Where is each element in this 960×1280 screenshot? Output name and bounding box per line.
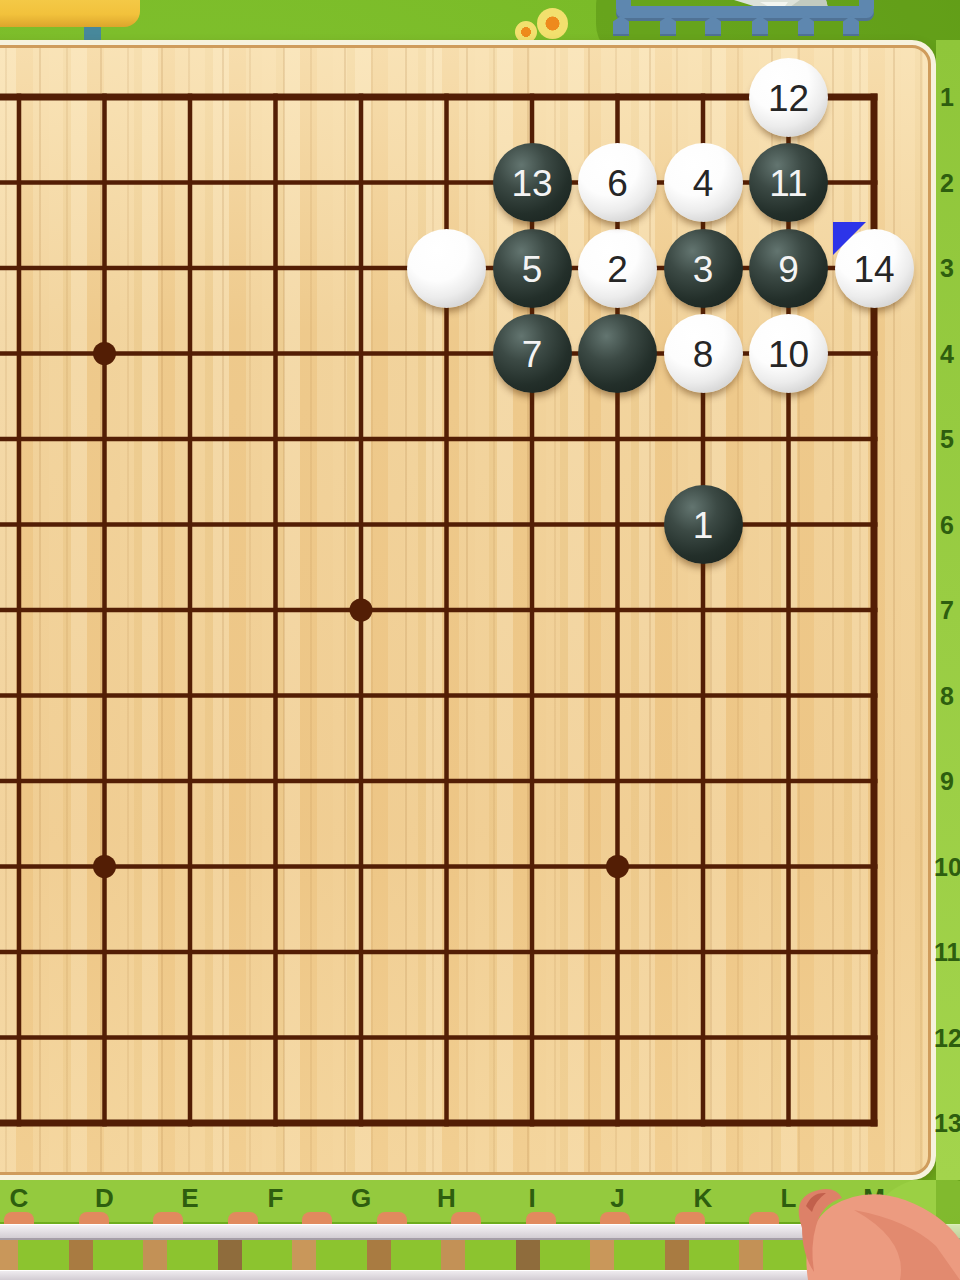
stone-black-l2: 11 bbox=[749, 143, 828, 222]
stone-white-k2: 4 bbox=[664, 143, 743, 222]
stone-black-k3: 3 bbox=[664, 229, 743, 308]
stone-black-k6: 1 bbox=[664, 485, 743, 564]
row-label-10: 10 bbox=[934, 851, 960, 883]
move-number: 8 bbox=[693, 334, 714, 373]
row-label-3: 3 bbox=[934, 252, 960, 284]
stone-white-l1: 12 bbox=[749, 58, 828, 137]
stone-black-i2: 13 bbox=[493, 143, 572, 222]
flower-icon bbox=[537, 8, 568, 39]
move-number: 1 bbox=[693, 505, 714, 544]
stone-white-j3: 2 bbox=[578, 229, 657, 308]
move-number: 12 bbox=[768, 78, 809, 117]
stone-rack-end bbox=[859, 0, 874, 16]
row-label-9: 9 bbox=[934, 765, 960, 797]
stone-white-h3 bbox=[407, 229, 486, 308]
move-number: 6 bbox=[607, 163, 628, 202]
stone-black-i3: 5 bbox=[493, 229, 572, 308]
row-label-6: 6 bbox=[934, 509, 960, 541]
stone-rack bbox=[616, 6, 874, 21]
row-label-2: 2 bbox=[934, 167, 960, 199]
move-number: 13 bbox=[511, 163, 552, 202]
move-number: 4 bbox=[693, 163, 714, 202]
move-number: 7 bbox=[522, 334, 543, 373]
move-number: 11 bbox=[769, 163, 807, 202]
stone-white-m3: 14 bbox=[835, 229, 914, 308]
stone-black-l3: 9 bbox=[749, 229, 828, 308]
row-label-11: 11 bbox=[934, 936, 960, 968]
move-number: 14 bbox=[853, 249, 894, 288]
stone-white-j2: 6 bbox=[578, 143, 657, 222]
fence-post bbox=[665, 1237, 689, 1270]
move-number: 5 bbox=[522, 249, 543, 288]
stone-white-k4: 8 bbox=[664, 314, 743, 393]
row-label-7: 7 bbox=[934, 594, 960, 626]
stone-rack-end bbox=[616, 0, 631, 16]
row-label-8: 8 bbox=[934, 680, 960, 712]
fence-post bbox=[292, 1237, 316, 1270]
row-label-13: 13 bbox=[934, 1107, 960, 1139]
stone-white-l4: 10 bbox=[749, 314, 828, 393]
fence-post bbox=[143, 1237, 167, 1270]
fence-post bbox=[218, 1237, 242, 1270]
row-label-4: 4 bbox=[934, 338, 960, 370]
stone-black-j4 bbox=[578, 314, 657, 393]
go-app-screen: 1234567891011121314 12345678910111213 CD… bbox=[0, 0, 960, 1280]
fence-post bbox=[69, 1237, 93, 1270]
fence-post bbox=[367, 1237, 391, 1270]
fence-post bbox=[0, 1237, 18, 1270]
yellow-table bbox=[0, 0, 140, 27]
pig-icon bbox=[750, 1180, 960, 1280]
move-number: 9 bbox=[778, 249, 799, 288]
stone-black-i4: 7 bbox=[493, 314, 572, 393]
go-board-grid[interactable]: 1234567891011121314 bbox=[0, 54, 917, 1166]
row-label-12: 12 bbox=[934, 1022, 960, 1054]
move-number: 3 bbox=[693, 249, 714, 288]
fence-post bbox=[441, 1237, 465, 1270]
fence-post bbox=[590, 1237, 614, 1270]
row-label-1: 1 bbox=[934, 81, 960, 113]
row-label-5: 5 bbox=[934, 423, 960, 455]
move-number: 2 bbox=[607, 249, 628, 288]
fence-post bbox=[516, 1237, 540, 1270]
move-number: 10 bbox=[768, 334, 809, 373]
